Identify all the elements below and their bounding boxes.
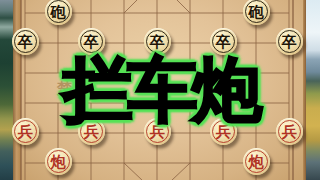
black-soldier-piece: 卒 (276, 28, 303, 55)
black-soldier-piece: 卒 (12, 28, 39, 55)
piece-character: 砲 (249, 4, 264, 19)
video-frame: 楚河 汉界 砲砲卒卒卒卒卒兵兵兵兵兵炮炮 拦车炮 (0, 0, 320, 180)
red-cannon-piece: 炮 (243, 148, 270, 175)
piece-character: 卒 (282, 34, 297, 49)
black-cannon-piece: 砲 (45, 0, 72, 25)
piece-character: 卒 (150, 34, 165, 49)
piece-character: 卒 (216, 34, 231, 49)
black-cannon-piece: 砲 (243, 0, 270, 25)
piece-character: 卒 (84, 34, 99, 49)
piece-character: 砲 (51, 4, 66, 19)
piece-character: 卒 (18, 34, 33, 49)
red-cannon-piece: 炮 (45, 148, 72, 175)
video-title-overlay: 拦车炮 (0, 52, 320, 128)
piece-character: 炮 (51, 154, 66, 169)
piece-character: 炮 (249, 154, 264, 169)
